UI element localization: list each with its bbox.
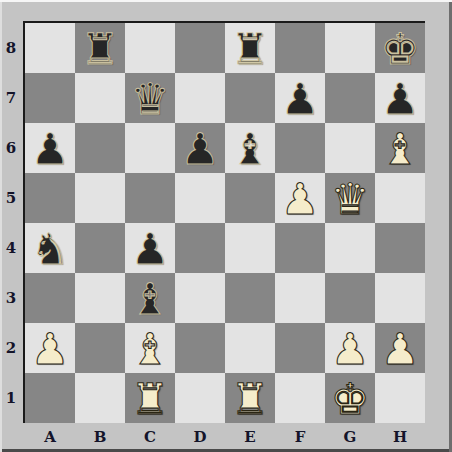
- rank-label-6: 6: [0, 123, 22, 173]
- square-c7[interactable]: ♛: [125, 73, 175, 123]
- file-label-h: H: [375, 427, 425, 447]
- square-d8[interactable]: [175, 23, 225, 73]
- black-king-h8[interactable]: ♚: [375, 23, 425, 73]
- square-g4[interactable]: [325, 223, 375, 273]
- square-a7[interactable]: [25, 73, 75, 123]
- square-e8[interactable]: ♜: [225, 23, 275, 73]
- file-label-c: C: [125, 427, 175, 447]
- square-e2[interactable]: [225, 323, 275, 373]
- square-g3[interactable]: [325, 273, 375, 323]
- square-e6[interactable]: ♝: [225, 123, 275, 173]
- square-c3[interactable]: ♝: [125, 273, 175, 323]
- square-b8[interactable]: ♜: [75, 23, 125, 73]
- square-f7[interactable]: ♟: [275, 73, 325, 123]
- square-d5[interactable]: [175, 173, 225, 223]
- rank-label-1: 1: [0, 373, 22, 423]
- file-label-g: G: [325, 427, 375, 447]
- square-a1[interactable]: [25, 373, 75, 423]
- file-label-e: E: [225, 427, 275, 447]
- white-bishop-c2[interactable]: ♝: [125, 323, 175, 373]
- white-bishop-h6[interactable]: ♝: [375, 123, 425, 173]
- square-d6[interactable]: ♟: [175, 123, 225, 173]
- black-queen-c7[interactable]: ♛: [125, 73, 175, 123]
- square-g8[interactable]: [325, 23, 375, 73]
- black-bishop-e6[interactable]: ♝: [225, 123, 275, 173]
- square-f3[interactable]: [275, 273, 325, 323]
- white-queen-g5[interactable]: ♛: [325, 173, 375, 223]
- black-rook-b8[interactable]: ♜: [75, 23, 125, 73]
- square-f2[interactable]: [275, 323, 325, 373]
- white-rook-c1[interactable]: ♜: [125, 373, 175, 423]
- square-e7[interactable]: [225, 73, 275, 123]
- white-pawn-f5[interactable]: ♟: [275, 173, 325, 223]
- rank-label-5: 5: [0, 173, 22, 223]
- square-h6[interactable]: ♝: [375, 123, 425, 173]
- square-b4[interactable]: [75, 223, 125, 273]
- square-f6[interactable]: [275, 123, 325, 173]
- square-f4[interactable]: [275, 223, 325, 273]
- square-h4[interactable]: [375, 223, 425, 273]
- chess-board: ♜♜♚♛♟♟♟♟♝♝♟♛♞♟♝♟♝♟♟♜♜♚: [23, 21, 425, 423]
- black-pawn-d6[interactable]: ♟: [175, 123, 225, 173]
- square-h8[interactable]: ♚: [375, 23, 425, 73]
- chessboard-frame: ♜♜♚♛♟♟♟♟♝♝♟♛♞♟♝♟♝♟♟♜♜♚ 87654321 ABCDEFGH: [0, 0, 452, 452]
- square-g7[interactable]: [325, 73, 375, 123]
- square-b6[interactable]: [75, 123, 125, 173]
- square-h1[interactable]: [375, 373, 425, 423]
- square-d4[interactable]: [175, 223, 225, 273]
- square-e4[interactable]: [225, 223, 275, 273]
- square-f8[interactable]: [275, 23, 325, 73]
- square-e5[interactable]: [225, 173, 275, 223]
- square-g5[interactable]: ♛: [325, 173, 375, 223]
- rank-label-7: 7: [0, 73, 22, 123]
- square-a2[interactable]: ♟: [25, 323, 75, 373]
- square-g6[interactable]: [325, 123, 375, 173]
- black-pawn-a6[interactable]: ♟: [25, 123, 75, 173]
- white-rook-e1[interactable]: ♜: [225, 373, 275, 423]
- file-label-b: B: [75, 427, 125, 447]
- white-pawn-a2[interactable]: ♟: [25, 323, 75, 373]
- square-b5[interactable]: [75, 173, 125, 223]
- rank-label-2: 2: [0, 323, 22, 373]
- square-a5[interactable]: [25, 173, 75, 223]
- square-c1[interactable]: ♜: [125, 373, 175, 423]
- square-g2[interactable]: ♟: [325, 323, 375, 373]
- square-b2[interactable]: [75, 323, 125, 373]
- square-d2[interactable]: [175, 323, 225, 373]
- square-b1[interactable]: [75, 373, 125, 423]
- square-a3[interactable]: [25, 273, 75, 323]
- white-king-g1[interactable]: ♚: [325, 373, 375, 423]
- square-c5[interactable]: [125, 173, 175, 223]
- square-e1[interactable]: ♜: [225, 373, 275, 423]
- square-a8[interactable]: [25, 23, 75, 73]
- square-c4[interactable]: ♟: [125, 223, 175, 273]
- rank-label-8: 8: [0, 23, 22, 73]
- square-b3[interactable]: [75, 273, 125, 323]
- square-a4[interactable]: ♞: [25, 223, 75, 273]
- square-c8[interactable]: [125, 23, 175, 73]
- black-knight-a4[interactable]: ♞: [25, 223, 75, 273]
- square-f5[interactable]: ♟: [275, 173, 325, 223]
- square-h2[interactable]: ♟: [375, 323, 425, 373]
- square-c2[interactable]: ♝: [125, 323, 175, 373]
- file-label-f: F: [275, 427, 325, 447]
- square-a6[interactable]: ♟: [25, 123, 75, 173]
- square-h3[interactable]: [375, 273, 425, 323]
- square-h7[interactable]: ♟: [375, 73, 425, 123]
- square-h5[interactable]: [375, 173, 425, 223]
- rank-label-4: 4: [0, 223, 22, 273]
- white-pawn-h2[interactable]: ♟: [375, 323, 425, 373]
- square-e3[interactable]: [225, 273, 275, 323]
- square-g1[interactable]: ♚: [325, 373, 375, 423]
- square-f1[interactable]: [275, 373, 325, 423]
- black-rook-e8[interactable]: ♜: [225, 23, 275, 73]
- black-pawn-h7[interactable]: ♟: [375, 73, 425, 123]
- file-label-d: D: [175, 427, 225, 447]
- black-bishop-c3[interactable]: ♝: [125, 273, 175, 323]
- rank-label-3: 3: [0, 273, 22, 323]
- square-d3[interactable]: [175, 273, 225, 323]
- file-label-a: A: [25, 427, 75, 447]
- square-c6[interactable]: [125, 123, 175, 173]
- square-d1[interactable]: [175, 373, 225, 423]
- black-pawn-c4[interactable]: ♟: [125, 223, 175, 273]
- black-pawn-f7[interactable]: ♟: [275, 73, 325, 123]
- square-d7[interactable]: [175, 73, 225, 123]
- white-pawn-g2[interactable]: ♟: [325, 323, 375, 373]
- square-b7[interactable]: [75, 73, 125, 123]
